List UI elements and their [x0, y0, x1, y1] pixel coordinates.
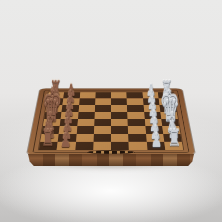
square [128, 119, 145, 126]
square [111, 126, 128, 134]
square [111, 142, 129, 150]
square [111, 134, 129, 142]
square: ♜ [164, 142, 183, 150]
square: ♟ [143, 105, 160, 112]
piece-copper-pawn: ♟ [66, 82, 76, 98]
square: ♝ [159, 105, 176, 112]
square [75, 142, 93, 150]
square: ♝ [42, 126, 60, 134]
square: ♟ [62, 105, 79, 112]
square [127, 105, 144, 112]
square: ♟ [144, 112, 161, 119]
square [78, 105, 95, 112]
square: ♟ [146, 142, 165, 150]
board-top-surface: ♜♟♟♜♞♟♟♞♝♟♟♝♚♟♟♚♛♟♟♛♝♟♟♝♞♟♟♞♜♟♟♜ [27, 88, 195, 155]
square: ♝ [45, 105, 62, 112]
square [111, 119, 128, 126]
square [111, 112, 128, 119]
square [76, 126, 94, 134]
piece-silver-rook: ♜ [160, 79, 172, 99]
square: ♟ [61, 112, 78, 119]
square: ♛ [43, 119, 61, 126]
product-photo-scene: ♜♟♟♜♞♟♟♞♝♟♟♝♚♟♟♚♛♟♟♛♝♟♟♝♞♟♟♞♜♟♟♜ [0, 0, 222, 222]
square [111, 105, 127, 112]
square [129, 142, 147, 150]
square: ♚ [160, 112, 178, 119]
square: ♟ [58, 134, 76, 142]
square: ♞ [163, 134, 182, 142]
square [77, 119, 94, 126]
square: ♟ [59, 126, 77, 134]
square [128, 126, 146, 134]
square [93, 134, 111, 142]
piece-silver-pawn: ♟ [146, 82, 156, 98]
square: ♝ [162, 126, 180, 134]
square: ♟ [57, 142, 76, 150]
square [94, 126, 111, 134]
square [95, 105, 111, 112]
square [78, 112, 95, 119]
playing-area: ♜♟♟♜♞♟♟♞♝♟♟♝♚♟♟♚♛♟♟♛♝♟♟♝♞♟♟♞♜♟♟♜ [39, 92, 183, 150]
square [76, 134, 94, 142]
square: ♞ [40, 134, 59, 142]
square: ♛ [161, 119, 179, 126]
square [93, 142, 111, 150]
square [128, 134, 146, 142]
square [94, 112, 111, 119]
square: ♜ [39, 142, 58, 150]
square: ♟ [60, 119, 78, 126]
square: ♚ [44, 112, 62, 119]
board-side-face [28, 154, 194, 166]
square: ♟ [146, 134, 164, 142]
square: ♟ [145, 126, 163, 134]
chessboard: ♜♟♟♜♞♟♟♞♝♟♟♝♚♟♟♚♛♟♟♛♝♟♟♝♞♟♟♞♜♟♟♜ [27, 0, 195, 155]
square [127, 112, 144, 119]
square: ♟ [144, 119, 162, 126]
marquetry-inlay-motif [88, 151, 134, 154]
piece-copper-rook: ♜ [50, 79, 62, 99]
square [94, 119, 111, 126]
